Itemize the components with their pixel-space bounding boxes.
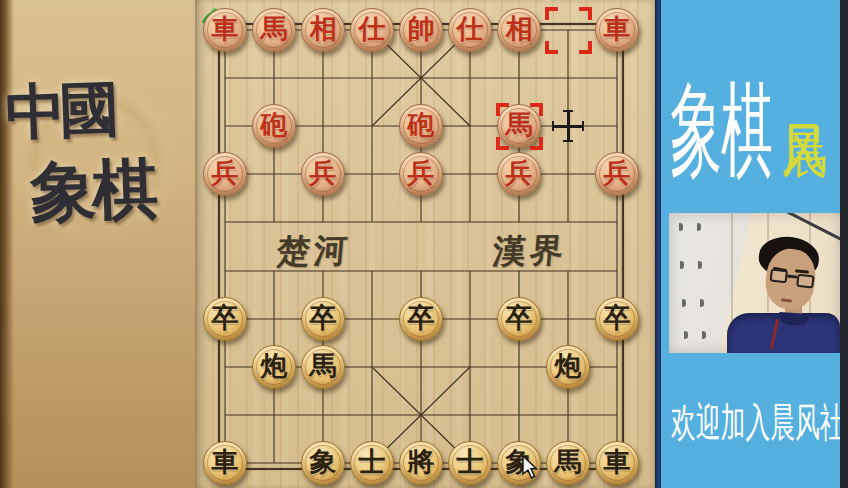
app-title: 中國 象棋: [0, 67, 196, 74]
piece-black-advisor-right[interactable]: 士: [448, 441, 492, 485]
app-title-line1: 中國: [4, 70, 115, 155]
piece-black-soldier-2[interactable]: 卒: [301, 297, 345, 341]
piece-red-elephant-left[interactable]: 相: [301, 8, 345, 52]
mouse-cursor-icon: [522, 456, 540, 480]
river-label-chu-he: 楚河: [275, 228, 353, 274]
piece-red-chariot-left[interactable]: 車: [203, 8, 247, 52]
piece-black-advisor-left[interactable]: 士: [350, 441, 394, 485]
app-window: 中國 象棋: [0, 0, 848, 488]
piece-black-general[interactable]: 將: [399, 441, 443, 485]
piece-red-advisor-left[interactable]: 仕: [350, 8, 394, 52]
stream-panel: 象棋 晨风: [661, 0, 840, 488]
piece-red-cannon-center[interactable]: 砲: [399, 104, 443, 148]
piece-black-cannon-left[interactable]: 炮: [252, 345, 296, 389]
board-grid: [195, 0, 655, 488]
piece-red-elephant-right[interactable]: 相: [497, 8, 541, 52]
door-handle-mark: [697, 223, 701, 231]
piece-black-soldier-4[interactable]: 卒: [497, 297, 541, 341]
river-label-han-jie: 漢界: [491, 228, 569, 274]
piece-red-horse-left[interactable]: 馬: [252, 8, 296, 52]
piece-black-chariot-right[interactable]: 車: [595, 441, 639, 485]
piece-red-chariot-right[interactable]: 車: [595, 8, 639, 52]
piece-black-horse-right[interactable]: 馬: [546, 441, 590, 485]
welcome-message: 欢迎加入晨风社: [671, 401, 845, 443]
piece-red-cannon-left[interactable]: 砲: [252, 104, 296, 148]
left-sidebar: 中國 象棋: [0, 0, 196, 488]
piece-red-soldier-5[interactable]: 兵: [595, 152, 639, 196]
brand-title: 象棋: [670, 78, 772, 182]
piece-red-soldier-4[interactable]: 兵: [497, 152, 541, 196]
piece-black-elephant-left[interactable]: 象: [301, 441, 345, 485]
door-handle-mark: [700, 299, 704, 307]
piece-black-soldier-3[interactable]: 卒: [399, 297, 443, 341]
door-handle-mark: [698, 261, 702, 269]
door-handle-mark: [679, 223, 683, 231]
door-handle-mark: [702, 331, 706, 339]
piece-black-horse-left[interactable]: 馬: [301, 345, 345, 389]
door-handle-mark: [682, 299, 686, 307]
piece-black-soldier-1[interactable]: 卒: [203, 297, 247, 341]
door-handle-mark: [680, 261, 684, 269]
app-title-line2: 象棋: [29, 144, 156, 238]
piece-black-chariot-left[interactable]: 車: [203, 441, 247, 485]
screen-right-edge: [840, 0, 848, 488]
webcam-video: [669, 213, 840, 353]
xiangqi-board[interactable]: 楚河 漢界 車馬相仕帥仕相車砲砲馬兵兵兵兵兵卒卒卒卒卒炮馬炮車象士將士象馬車: [195, 0, 655, 488]
piece-red-soldier-2[interactable]: 兵: [301, 152, 345, 196]
crosshair-cursor: [552, 110, 584, 142]
piece-red-general[interactable]: 帥: [399, 8, 443, 52]
piece-red-soldier-1[interactable]: 兵: [203, 152, 247, 196]
piece-black-cannon-right[interactable]: 炮: [546, 345, 590, 389]
piece-black-soldier-5[interactable]: 卒: [595, 297, 639, 341]
piece-red-soldier-3[interactable]: 兵: [399, 152, 443, 196]
piece-red-advisor-right[interactable]: 仕: [448, 8, 492, 52]
door-handle-mark: [684, 331, 688, 339]
piece-red-horse-right[interactable]: 馬: [497, 104, 541, 148]
